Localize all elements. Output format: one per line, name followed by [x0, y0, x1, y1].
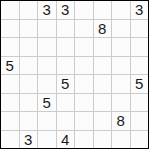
cell-r4c6[interactable] [94, 57, 112, 75]
cell-r7c2[interactable] [20, 112, 38, 130]
cell-r4c1-clue[interactable]: 5 [1, 57, 19, 75]
cell-r5c1[interactable] [1, 75, 19, 93]
cell-r4c8[interactable] [131, 57, 149, 75]
cell-r2c6-clue[interactable]: 8 [94, 20, 112, 38]
cell-r5c8-clue[interactable]: 5 [131, 75, 149, 93]
cell-r1c5[interactable] [75, 1, 93, 19]
cell-r6c8[interactable] [131, 94, 149, 112]
cell-r3c5[interactable] [75, 38, 93, 56]
cell-r4c7[interactable] [112, 57, 130, 75]
cell-r4c2[interactable] [20, 57, 38, 75]
cell-r4c5[interactable] [75, 57, 93, 75]
cell-r3c8[interactable] [131, 38, 149, 56]
cell-r7c3[interactable] [38, 112, 56, 130]
cell-r5c3[interactable] [38, 75, 56, 93]
cell-r8c6[interactable] [94, 131, 112, 149]
cell-r1c4-clue[interactable]: 3 [57, 1, 75, 19]
cell-r8c8[interactable] [131, 131, 149, 149]
cell-r7c5[interactable] [75, 112, 93, 130]
cell-r8c2-clue[interactable]: 3 [20, 131, 38, 149]
cell-r6c4[interactable] [57, 94, 75, 112]
cell-r1c3-clue[interactable]: 3 [38, 1, 56, 19]
cell-r8c5[interactable] [75, 131, 93, 149]
cell-r5c5[interactable] [75, 75, 93, 93]
cell-r3c7[interactable] [112, 38, 130, 56]
cell-r3c4[interactable] [57, 38, 75, 56]
cell-r8c3[interactable] [38, 131, 56, 149]
cell-r2c5[interactable] [75, 20, 93, 38]
cell-r2c4[interactable] [57, 20, 75, 38]
cell-r6c5[interactable] [75, 94, 93, 112]
cell-r4c3[interactable] [38, 57, 56, 75]
cell-r8c4-clue[interactable]: 4 [57, 131, 75, 149]
cell-r1c2[interactable] [20, 1, 38, 19]
cell-r3c3[interactable] [38, 38, 56, 56]
puzzle-board: 33385555834 [0, 0, 149, 149]
cell-r6c3-clue[interactable]: 5 [38, 94, 56, 112]
cell-r6c1[interactable] [1, 94, 19, 112]
cell-r1c1[interactable] [1, 1, 19, 19]
cell-r3c1[interactable] [1, 38, 19, 56]
cell-r2c3[interactable] [38, 20, 56, 38]
cell-r7c7-clue[interactable]: 8 [112, 112, 130, 130]
cell-r5c7[interactable] [112, 75, 130, 93]
cell-r6c7[interactable] [112, 94, 130, 112]
cell-r3c2[interactable] [20, 38, 38, 56]
cell-r4c4[interactable] [57, 57, 75, 75]
cell-r2c8[interactable] [131, 20, 149, 38]
cell-r5c6[interactable] [94, 75, 112, 93]
cell-r2c7[interactable] [112, 20, 130, 38]
cell-r5c4-clue[interactable]: 5 [57, 75, 75, 93]
cell-r7c6[interactable] [94, 112, 112, 130]
cell-r1c7[interactable] [112, 1, 130, 19]
cell-r3c6[interactable] [94, 38, 112, 56]
cell-r6c2[interactable] [20, 94, 38, 112]
cell-r8c1[interactable] [1, 131, 19, 149]
cell-r7c1[interactable] [1, 112, 19, 130]
cell-r6c6[interactable] [94, 94, 112, 112]
cell-r7c8[interactable] [131, 112, 149, 130]
cell-r5c2[interactable] [20, 75, 38, 93]
cell-r8c7[interactable] [112, 131, 130, 149]
cell-r1c8-clue[interactable]: 3 [131, 1, 149, 19]
cell-r2c2[interactable] [20, 20, 38, 38]
cell-r2c1[interactable] [1, 20, 19, 38]
cell-r1c6[interactable] [94, 1, 112, 19]
cell-r7c4[interactable] [57, 112, 75, 130]
